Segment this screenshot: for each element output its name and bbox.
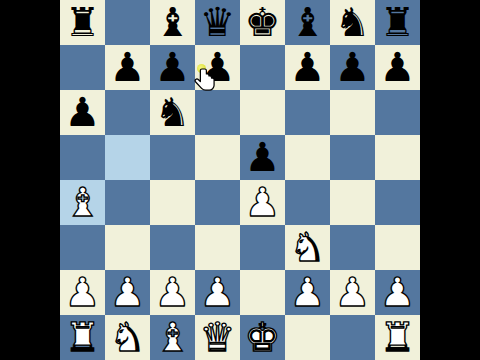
black-bishop-c8[interactable]: ♝ [150,0,195,45]
black-pawn-b7[interactable]: ♟ [105,45,150,90]
square-g1[interactable] [330,315,375,360]
square-a2[interactable]: ♟ [60,270,105,315]
square-a4[interactable]: ♝ [60,180,105,225]
square-d2[interactable]: ♟ [195,270,240,315]
white-pawn-h2[interactable]: ♟ [375,270,420,315]
square-a7[interactable] [60,45,105,90]
black-rook-a8[interactable]: ♜ [60,0,105,45]
white-pawn-f2[interactable]: ♟ [285,270,330,315]
black-pawn-e5[interactable]: ♟ [240,135,285,180]
square-g3[interactable] [330,225,375,270]
square-c4[interactable] [150,180,195,225]
square-h1[interactable]: ♜ [375,315,420,360]
white-king-e1[interactable]: ♚ [240,315,285,360]
square-b3[interactable] [105,225,150,270]
square-b2[interactable]: ♟ [105,270,150,315]
square-b7[interactable]: ♟ [105,45,150,90]
square-h8[interactable]: ♜ [375,0,420,45]
white-bishop-a4[interactable]: ♝ [60,180,105,225]
black-knight-c6[interactable]: ♞ [150,90,195,135]
square-c7[interactable]: ♟ [150,45,195,90]
square-e8[interactable]: ♚ [240,0,285,45]
letterbox-right [420,0,480,360]
square-d4[interactable] [195,180,240,225]
square-c5[interactable] [150,135,195,180]
square-e1[interactable]: ♚ [240,315,285,360]
square-g8[interactable]: ♞ [330,0,375,45]
black-pawn-c7[interactable]: ♟ [150,45,195,90]
square-h7[interactable]: ♟ [375,45,420,90]
white-knight-f3[interactable]: ♞ [285,225,330,270]
black-bishop-f8[interactable]: ♝ [285,0,330,45]
square-a6[interactable]: ♟ [60,90,105,135]
black-queen-d8[interactable]: ♛ [195,0,240,45]
white-rook-a1[interactable]: ♜ [60,315,105,360]
white-bishop-c1[interactable]: ♝ [150,315,195,360]
square-f6[interactable] [285,90,330,135]
square-g6[interactable] [330,90,375,135]
square-h4[interactable] [375,180,420,225]
square-h2[interactable]: ♟ [375,270,420,315]
square-b5[interactable] [105,135,150,180]
square-g4[interactable] [330,180,375,225]
white-pawn-c2[interactable]: ♟ [150,270,195,315]
square-e3[interactable] [240,225,285,270]
square-f2[interactable]: ♟ [285,270,330,315]
square-d1[interactable]: ♛ [195,315,240,360]
square-g2[interactable]: ♟ [330,270,375,315]
black-knight-g8[interactable]: ♞ [330,0,375,45]
letterbox-left [0,0,60,360]
square-c2[interactable]: ♟ [150,270,195,315]
black-pawn-a6[interactable]: ♟ [60,90,105,135]
square-f7[interactable]: ♟ [285,45,330,90]
square-h5[interactable] [375,135,420,180]
square-b1[interactable]: ♞ [105,315,150,360]
square-e7[interactable] [240,45,285,90]
white-rook-h1[interactable]: ♜ [375,315,420,360]
square-d5[interactable] [195,135,240,180]
black-king-e8[interactable]: ♚ [240,0,285,45]
square-e6[interactable] [240,90,285,135]
black-pawn-d7[interactable]: ♟ [195,45,240,90]
square-b6[interactable] [105,90,150,135]
square-e2[interactable] [240,270,285,315]
square-c6[interactable]: ♞ [150,90,195,135]
square-d8[interactable]: ♛ [195,0,240,45]
square-g5[interactable] [330,135,375,180]
black-rook-h8[interactable]: ♜ [375,0,420,45]
square-d3[interactable] [195,225,240,270]
square-c3[interactable] [150,225,195,270]
square-f4[interactable] [285,180,330,225]
white-pawn-g2[interactable]: ♟ [330,270,375,315]
square-d7[interactable]: ♟ [195,45,240,90]
square-e4[interactable]: ♟ [240,180,285,225]
square-f1[interactable] [285,315,330,360]
video-frame: ♜♝♛♚♝♞♜♟♟♟♟♟♟♟♞♟♝♟♞♟♟♟♟♟♟♟♜♞♝♛♚♜ [0,0,480,360]
square-g7[interactable]: ♟ [330,45,375,90]
square-h3[interactable] [375,225,420,270]
square-d6[interactable] [195,90,240,135]
square-a8[interactable]: ♜ [60,0,105,45]
black-pawn-h7[interactable]: ♟ [375,45,420,90]
square-a5[interactable] [60,135,105,180]
square-e5[interactable]: ♟ [240,135,285,180]
white-pawn-a2[interactable]: ♟ [60,270,105,315]
black-pawn-g7[interactable]: ♟ [330,45,375,90]
white-knight-b1[interactable]: ♞ [105,315,150,360]
square-b4[interactable] [105,180,150,225]
square-c8[interactable]: ♝ [150,0,195,45]
white-pawn-e4[interactable]: ♟ [240,180,285,225]
square-a1[interactable]: ♜ [60,315,105,360]
white-pawn-b2[interactable]: ♟ [105,270,150,315]
white-pawn-d2[interactable]: ♟ [195,270,240,315]
white-queen-d1[interactable]: ♛ [195,315,240,360]
square-f3[interactable]: ♞ [285,225,330,270]
square-f8[interactable]: ♝ [285,0,330,45]
square-f5[interactable] [285,135,330,180]
chess-board: ♜♝♛♚♝♞♜♟♟♟♟♟♟♟♞♟♝♟♞♟♟♟♟♟♟♟♜♞♝♛♚♜ [60,0,420,360]
square-a3[interactable] [60,225,105,270]
square-c1[interactable]: ♝ [150,315,195,360]
black-pawn-f7[interactable]: ♟ [285,45,330,90]
square-h6[interactable] [375,90,420,135]
square-b8[interactable] [105,0,150,45]
